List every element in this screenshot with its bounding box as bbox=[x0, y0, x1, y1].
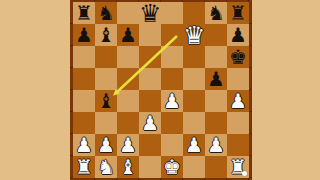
square-c6[interactable] bbox=[117, 46, 139, 68]
square-g8[interactable]: ♞ bbox=[205, 2, 227, 24]
square-h2[interactable] bbox=[227, 134, 249, 156]
white-queen-f7[interactable]: ♛ bbox=[183, 24, 205, 46]
square-d6[interactable] bbox=[139, 46, 161, 68]
square-a8[interactable]: ♜ bbox=[73, 2, 95, 24]
square-a5[interactable] bbox=[73, 68, 95, 90]
square-f2[interactable]: ♟ bbox=[183, 134, 205, 156]
square-b4[interactable]: ♝ bbox=[95, 90, 117, 112]
square-e5[interactable] bbox=[161, 68, 183, 90]
square-c7[interactable]: ♟ bbox=[117, 24, 139, 46]
square-d2[interactable] bbox=[139, 134, 161, 156]
square-b1[interactable]: ♞ bbox=[95, 156, 117, 178]
square-c1[interactable]: ♝ bbox=[117, 156, 139, 178]
white-king-e1[interactable]: ♚ bbox=[161, 156, 183, 178]
square-h5[interactable] bbox=[227, 68, 249, 90]
square-e1[interactable]: ♚ bbox=[161, 156, 183, 178]
square-d1[interactable] bbox=[139, 156, 161, 178]
white-pawn-g2[interactable]: ♟ bbox=[205, 134, 227, 156]
square-d3[interactable]: ♟ bbox=[139, 112, 161, 134]
square-b7[interactable]: ♝ bbox=[95, 24, 117, 46]
square-e4[interactable]: ♟ bbox=[161, 90, 183, 112]
square-f5[interactable] bbox=[183, 68, 205, 90]
white-pawn-f2[interactable]: ♟ bbox=[183, 134, 205, 156]
square-e6[interactable] bbox=[161, 46, 183, 68]
square-c4[interactable] bbox=[117, 90, 139, 112]
white-knight-b1[interactable]: ♞ bbox=[95, 156, 117, 178]
white-rook-a1[interactable]: ♜ bbox=[73, 156, 95, 178]
white-pawn-b2[interactable]: ♟ bbox=[95, 134, 117, 156]
square-c5[interactable] bbox=[117, 68, 139, 90]
square-f7[interactable]: ♛ bbox=[183, 24, 205, 46]
square-h6[interactable]: ♚ bbox=[227, 46, 249, 68]
white-pawn-e4[interactable]: ♟ bbox=[161, 90, 183, 112]
square-c2[interactable]: ♟ bbox=[117, 134, 139, 156]
square-e3[interactable] bbox=[161, 112, 183, 134]
square-d5[interactable] bbox=[139, 68, 161, 90]
square-b2[interactable]: ♟ bbox=[95, 134, 117, 156]
square-a4[interactable] bbox=[73, 90, 95, 112]
square-a2[interactable]: ♟ bbox=[73, 134, 95, 156]
square-a3[interactable] bbox=[73, 112, 95, 134]
square-f1[interactable] bbox=[183, 156, 205, 178]
square-g6[interactable] bbox=[205, 46, 227, 68]
square-g5[interactable]: ♟ bbox=[205, 68, 227, 90]
square-b3[interactable] bbox=[95, 112, 117, 134]
square-a1[interactable]: ♜ bbox=[73, 156, 95, 178]
black-pawn-g5[interactable]: ♟ bbox=[205, 68, 227, 90]
black-king-h6[interactable]: ♚ bbox=[227, 46, 249, 68]
square-e8[interactable] bbox=[161, 2, 183, 24]
square-e7[interactable] bbox=[161, 24, 183, 46]
black-bishop-b4[interactable]: ♝ bbox=[95, 90, 117, 112]
square-f4[interactable] bbox=[183, 90, 205, 112]
white-pawn-c2[interactable]: ♟ bbox=[117, 134, 139, 156]
black-bishop-b7[interactable]: ♝ bbox=[95, 24, 117, 46]
black-pawn-c7[interactable]: ♟ bbox=[117, 24, 139, 46]
white-to-move-indicator bbox=[242, 171, 247, 176]
frame-ticks-right bbox=[249, 2, 252, 178]
square-e2[interactable] bbox=[161, 134, 183, 156]
black-pawn-a7[interactable]: ♟ bbox=[73, 24, 95, 46]
chess-board-frame: ♜♞♛♞♜♟♝♟♛♟♚♟♝♟♟♟♟♟♟♟♟♜♞♝♚♜ bbox=[70, 0, 252, 180]
square-h4[interactable]: ♟ bbox=[227, 90, 249, 112]
black-pawn-h7[interactable]: ♟ bbox=[227, 24, 249, 46]
square-h3[interactable] bbox=[227, 112, 249, 134]
white-pawn-d3[interactable]: ♟ bbox=[139, 112, 161, 134]
square-b8[interactable]: ♞ bbox=[95, 2, 117, 24]
square-c3[interactable] bbox=[117, 112, 139, 134]
chess-board: ♜♞♛♞♜♟♝♟♛♟♚♟♝♟♟♟♟♟♟♟♟♜♞♝♚♜ bbox=[73, 2, 249, 178]
square-f3[interactable] bbox=[183, 112, 205, 134]
square-g1[interactable] bbox=[205, 156, 227, 178]
black-queen-d8[interactable]: ♛ bbox=[139, 2, 161, 24]
black-rook-a8[interactable]: ♜ bbox=[73, 2, 95, 24]
square-g7[interactable] bbox=[205, 24, 227, 46]
square-a7[interactable]: ♟ bbox=[73, 24, 95, 46]
black-rook-h8[interactable]: ♜ bbox=[227, 2, 249, 24]
white-pawn-a2[interactable]: ♟ bbox=[73, 134, 95, 156]
white-bishop-c1[interactable]: ♝ bbox=[117, 156, 139, 178]
square-h8[interactable]: ♜ bbox=[227, 2, 249, 24]
white-pawn-h4[interactable]: ♟ bbox=[227, 90, 249, 112]
square-d4[interactable] bbox=[139, 90, 161, 112]
square-b6[interactable] bbox=[95, 46, 117, 68]
square-a6[interactable] bbox=[73, 46, 95, 68]
square-g2[interactable]: ♟ bbox=[205, 134, 227, 156]
square-g3[interactable] bbox=[205, 112, 227, 134]
square-g4[interactable] bbox=[205, 90, 227, 112]
black-knight-g8[interactable]: ♞ bbox=[205, 2, 227, 24]
square-d8[interactable]: ♛ bbox=[139, 2, 161, 24]
square-b5[interactable] bbox=[95, 68, 117, 90]
square-c8[interactable] bbox=[117, 2, 139, 24]
square-h7[interactable]: ♟ bbox=[227, 24, 249, 46]
black-knight-b8[interactable]: ♞ bbox=[95, 2, 117, 24]
